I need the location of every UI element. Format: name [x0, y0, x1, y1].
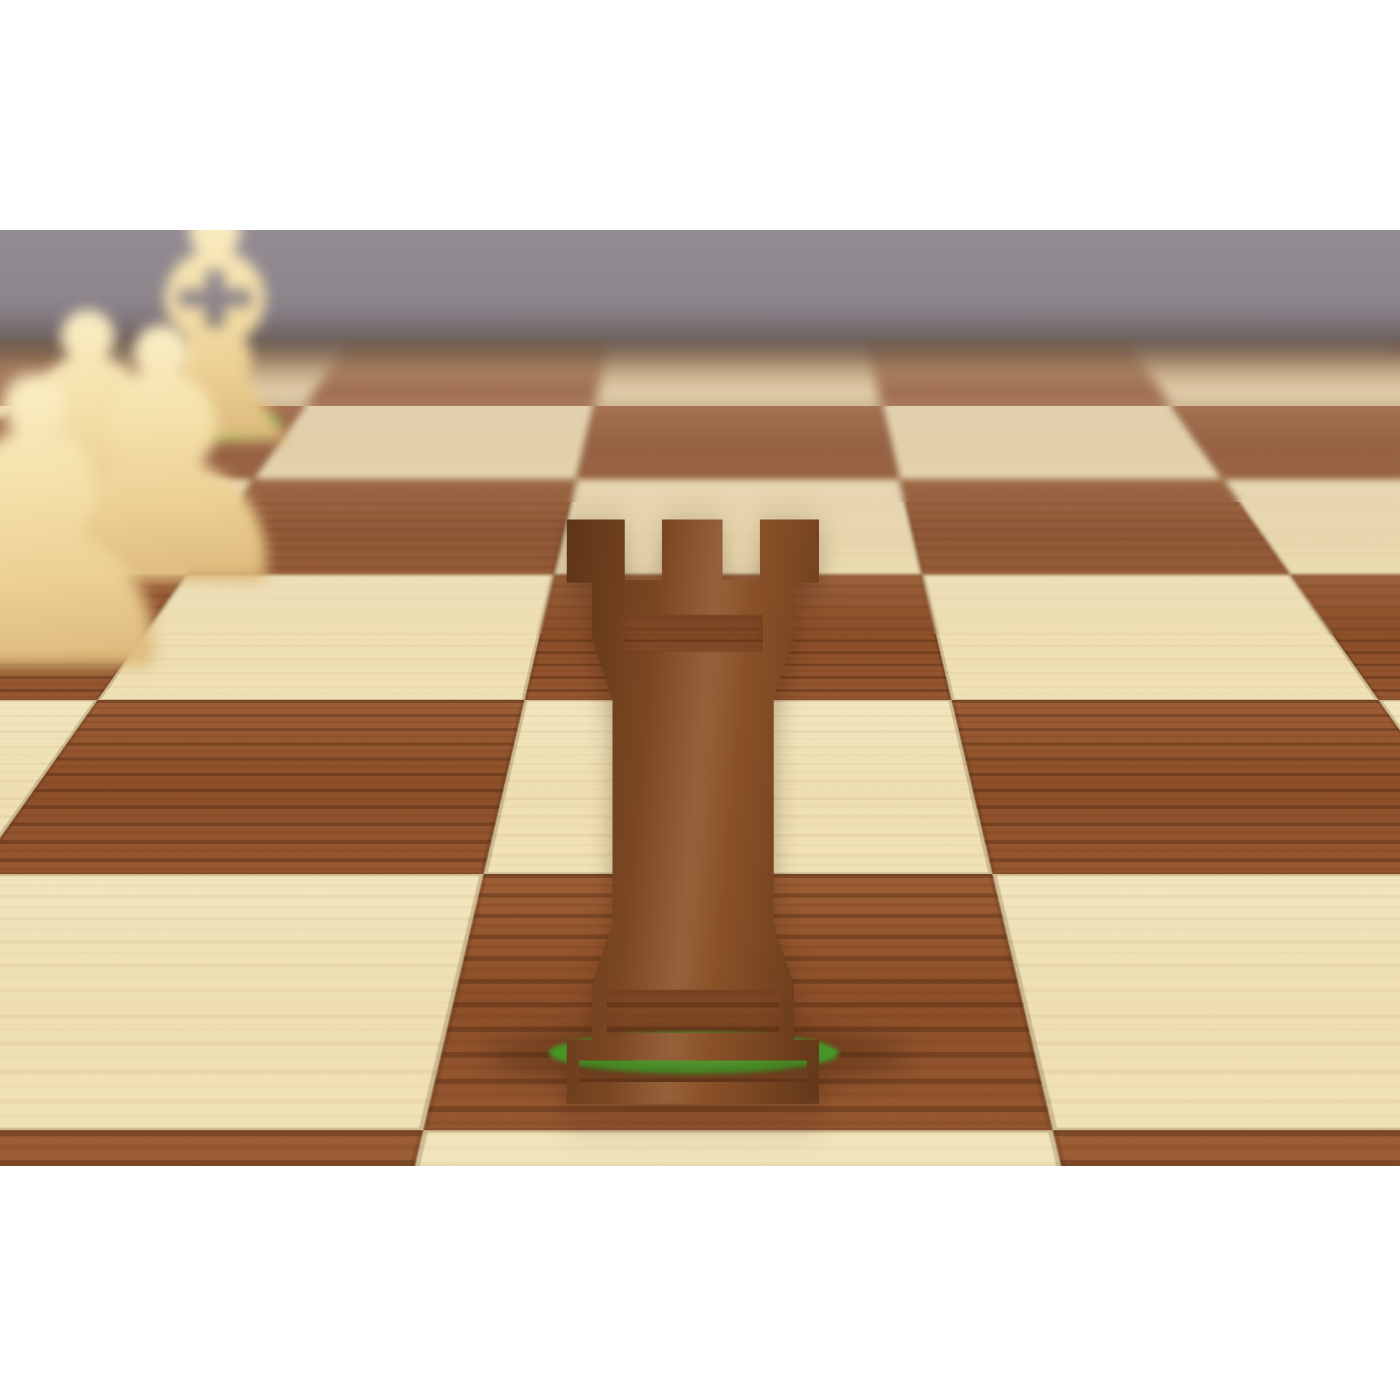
- white-band-top: [0, 0, 1400, 230]
- square-e7: [1053, 1130, 1400, 1166]
- white-band-bottom: [0, 1166, 1400, 1400]
- black-rook-piece: ♜: [492, 426, 894, 1166]
- photo-area: ♝ ♟ ♟ ♟ ♜: [0, 230, 1400, 1166]
- square-c7: [0, 1130, 423, 1166]
- square-e6: [992, 874, 1400, 1130]
- white-pawn-piece-3: ♟: [0, 328, 213, 728]
- square-e5: [952, 700, 1400, 874]
- square-c6: [0, 874, 484, 1130]
- product-photo-canvas: ♝ ♟ ♟ ♟ ♜: [0, 0, 1400, 1400]
